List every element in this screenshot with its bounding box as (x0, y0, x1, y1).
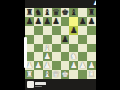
square-e4[interactable] (61, 44, 70, 53)
square-d5[interactable] (52, 35, 61, 44)
square-e7[interactable] (61, 17, 70, 26)
piece-black-pawn: ♟ (61, 35, 69, 44)
piece-white-bishop: ♝ (43, 70, 51, 79)
square-d4[interactable] (52, 44, 61, 53)
piece-black-knight: ♞ (35, 8, 43, 17)
piece-white-rook: ♜ (26, 70, 34, 79)
bottom-player-bar (25, 79, 96, 90)
square-f6[interactable]: ♟ (69, 26, 78, 35)
square-f4[interactable] (69, 44, 78, 53)
square-d1[interactable]: ♛ (52, 70, 61, 79)
square-b4[interactable] (34, 44, 43, 53)
piece-white-pawn: ♟ (70, 61, 78, 70)
piece-black-pawn: ♟ (43, 17, 51, 26)
piece-white-king: ♚ (61, 70, 69, 79)
square-c8[interactable]: ♝ (43, 8, 52, 17)
piece-white-rook: ♜ (88, 70, 96, 79)
square-f7[interactable] (69, 17, 78, 26)
square-e8[interactable]: ♚ (61, 8, 70, 17)
piece-black-queen: ♛ (52, 8, 60, 17)
video-frame: ♟♞ ♜♞♝♛♚♝♜♟♟♟♟♟♟♟♟♝♟♞♟♟♟♟♟♟♜♝♛♚♜ (0, 0, 120, 90)
piece-black-bishop: ♝ (70, 8, 78, 17)
square-c1[interactable]: ♝ (43, 70, 52, 79)
square-f3[interactable]: ♞ (69, 52, 78, 61)
square-d6[interactable] (52, 26, 61, 35)
square-c4[interactable]: ♝ (43, 44, 52, 53)
square-h8[interactable]: ♜ (87, 8, 96, 17)
letterbox-right (96, 0, 120, 90)
square-b7[interactable]: ♟ (34, 17, 43, 26)
square-g2[interactable]: ♟ (78, 61, 87, 70)
piece-white-pawn: ♟ (88, 61, 96, 70)
piece-black-pawn: ♟ (70, 26, 78, 35)
square-g7[interactable]: ♟ (78, 17, 87, 26)
square-e1[interactable]: ♚ (61, 70, 70, 79)
square-g8[interactable] (78, 8, 87, 17)
square-b6[interactable] (34, 26, 43, 35)
piece-black-pawn: ♟ (26, 17, 34, 26)
square-h3[interactable] (87, 52, 96, 61)
bottom-player-subtitle (35, 86, 42, 88)
square-f1[interactable] (69, 70, 78, 79)
piece-white-pawn: ♟ (35, 61, 43, 70)
square-b1[interactable] (34, 70, 43, 79)
square-d7[interactable]: ♟ (52, 17, 61, 26)
square-h5[interactable] (87, 35, 96, 44)
square-a7[interactable]: ♟ (25, 17, 34, 26)
piece-white-pawn: ♟ (43, 52, 51, 61)
square-b5[interactable] (34, 35, 43, 44)
square-h4[interactable] (87, 44, 96, 53)
scrollbar-thumb[interactable] (24, 37, 27, 68)
square-h6[interactable] (87, 26, 96, 35)
square-g1[interactable] (78, 70, 87, 79)
piece-black-bishop: ♝ (43, 8, 51, 17)
square-a8[interactable]: ♜ (25, 8, 34, 17)
square-h2[interactable]: ♟ (87, 61, 96, 70)
square-a6[interactable] (25, 26, 34, 35)
square-c2[interactable]: ♟ (43, 61, 52, 70)
piece-white-bishop: ♝ (43, 44, 51, 53)
square-a1[interactable]: ♜ (25, 70, 34, 79)
square-b8[interactable]: ♞ (34, 8, 43, 17)
square-g4[interactable] (78, 44, 87, 53)
square-g3[interactable] (78, 52, 87, 61)
bottom-player-name (35, 82, 46, 84)
square-e6[interactable] (61, 26, 70, 35)
piece-black-king: ♚ (61, 8, 69, 17)
piece-white-knight: ♞ (70, 52, 78, 61)
square-d3[interactable] (52, 52, 61, 61)
chess-board: ♜♞♝♛♚♝♜♟♟♟♟♟♟♟♟♝♟♞♟♟♟♟♟♟♜♝♛♚♜ (25, 8, 96, 79)
square-e3[interactable] (61, 52, 70, 61)
piece-white-pawn: ♟ (79, 61, 87, 70)
square-b3[interactable] (34, 52, 43, 61)
letterbox-left (0, 0, 25, 90)
piece-black-pawn: ♟ (88, 17, 96, 26)
square-h7[interactable]: ♟ (87, 17, 96, 26)
square-c5[interactable] (43, 35, 52, 44)
piece-white-queen: ♛ (52, 70, 60, 79)
piece-black-pawn: ♟ (79, 17, 87, 26)
square-c7[interactable]: ♟ (43, 17, 52, 26)
square-c3[interactable]: ♟ (43, 52, 52, 61)
square-b2[interactable]: ♟ (34, 61, 43, 70)
square-e5[interactable]: ♟ (61, 35, 70, 44)
square-d2[interactable] (52, 61, 61, 70)
square-f8[interactable]: ♝ (69, 8, 78, 17)
square-d8[interactable]: ♛ (52, 8, 61, 17)
piece-black-rook: ♜ (88, 8, 96, 17)
square-f2[interactable]: ♟ (69, 61, 78, 70)
bottom-player-avatar[interactable] (27, 81, 34, 88)
square-h1[interactable]: ♜ (87, 70, 96, 79)
square-f5[interactable] (69, 35, 78, 44)
piece-black-pawn: ♟ (52, 17, 60, 26)
square-c6[interactable] (43, 26, 52, 35)
square-g6[interactable] (78, 26, 87, 35)
piece-black-rook: ♜ (26, 8, 34, 17)
piece-white-pawn: ♟ (26, 61, 34, 70)
square-e2[interactable] (61, 61, 70, 70)
top-player-bar: ♟♞ (25, 0, 96, 8)
piece-black-pawn: ♟ (35, 17, 43, 26)
square-g5[interactable] (78, 35, 87, 44)
piece-white-pawn: ♟ (43, 61, 51, 70)
